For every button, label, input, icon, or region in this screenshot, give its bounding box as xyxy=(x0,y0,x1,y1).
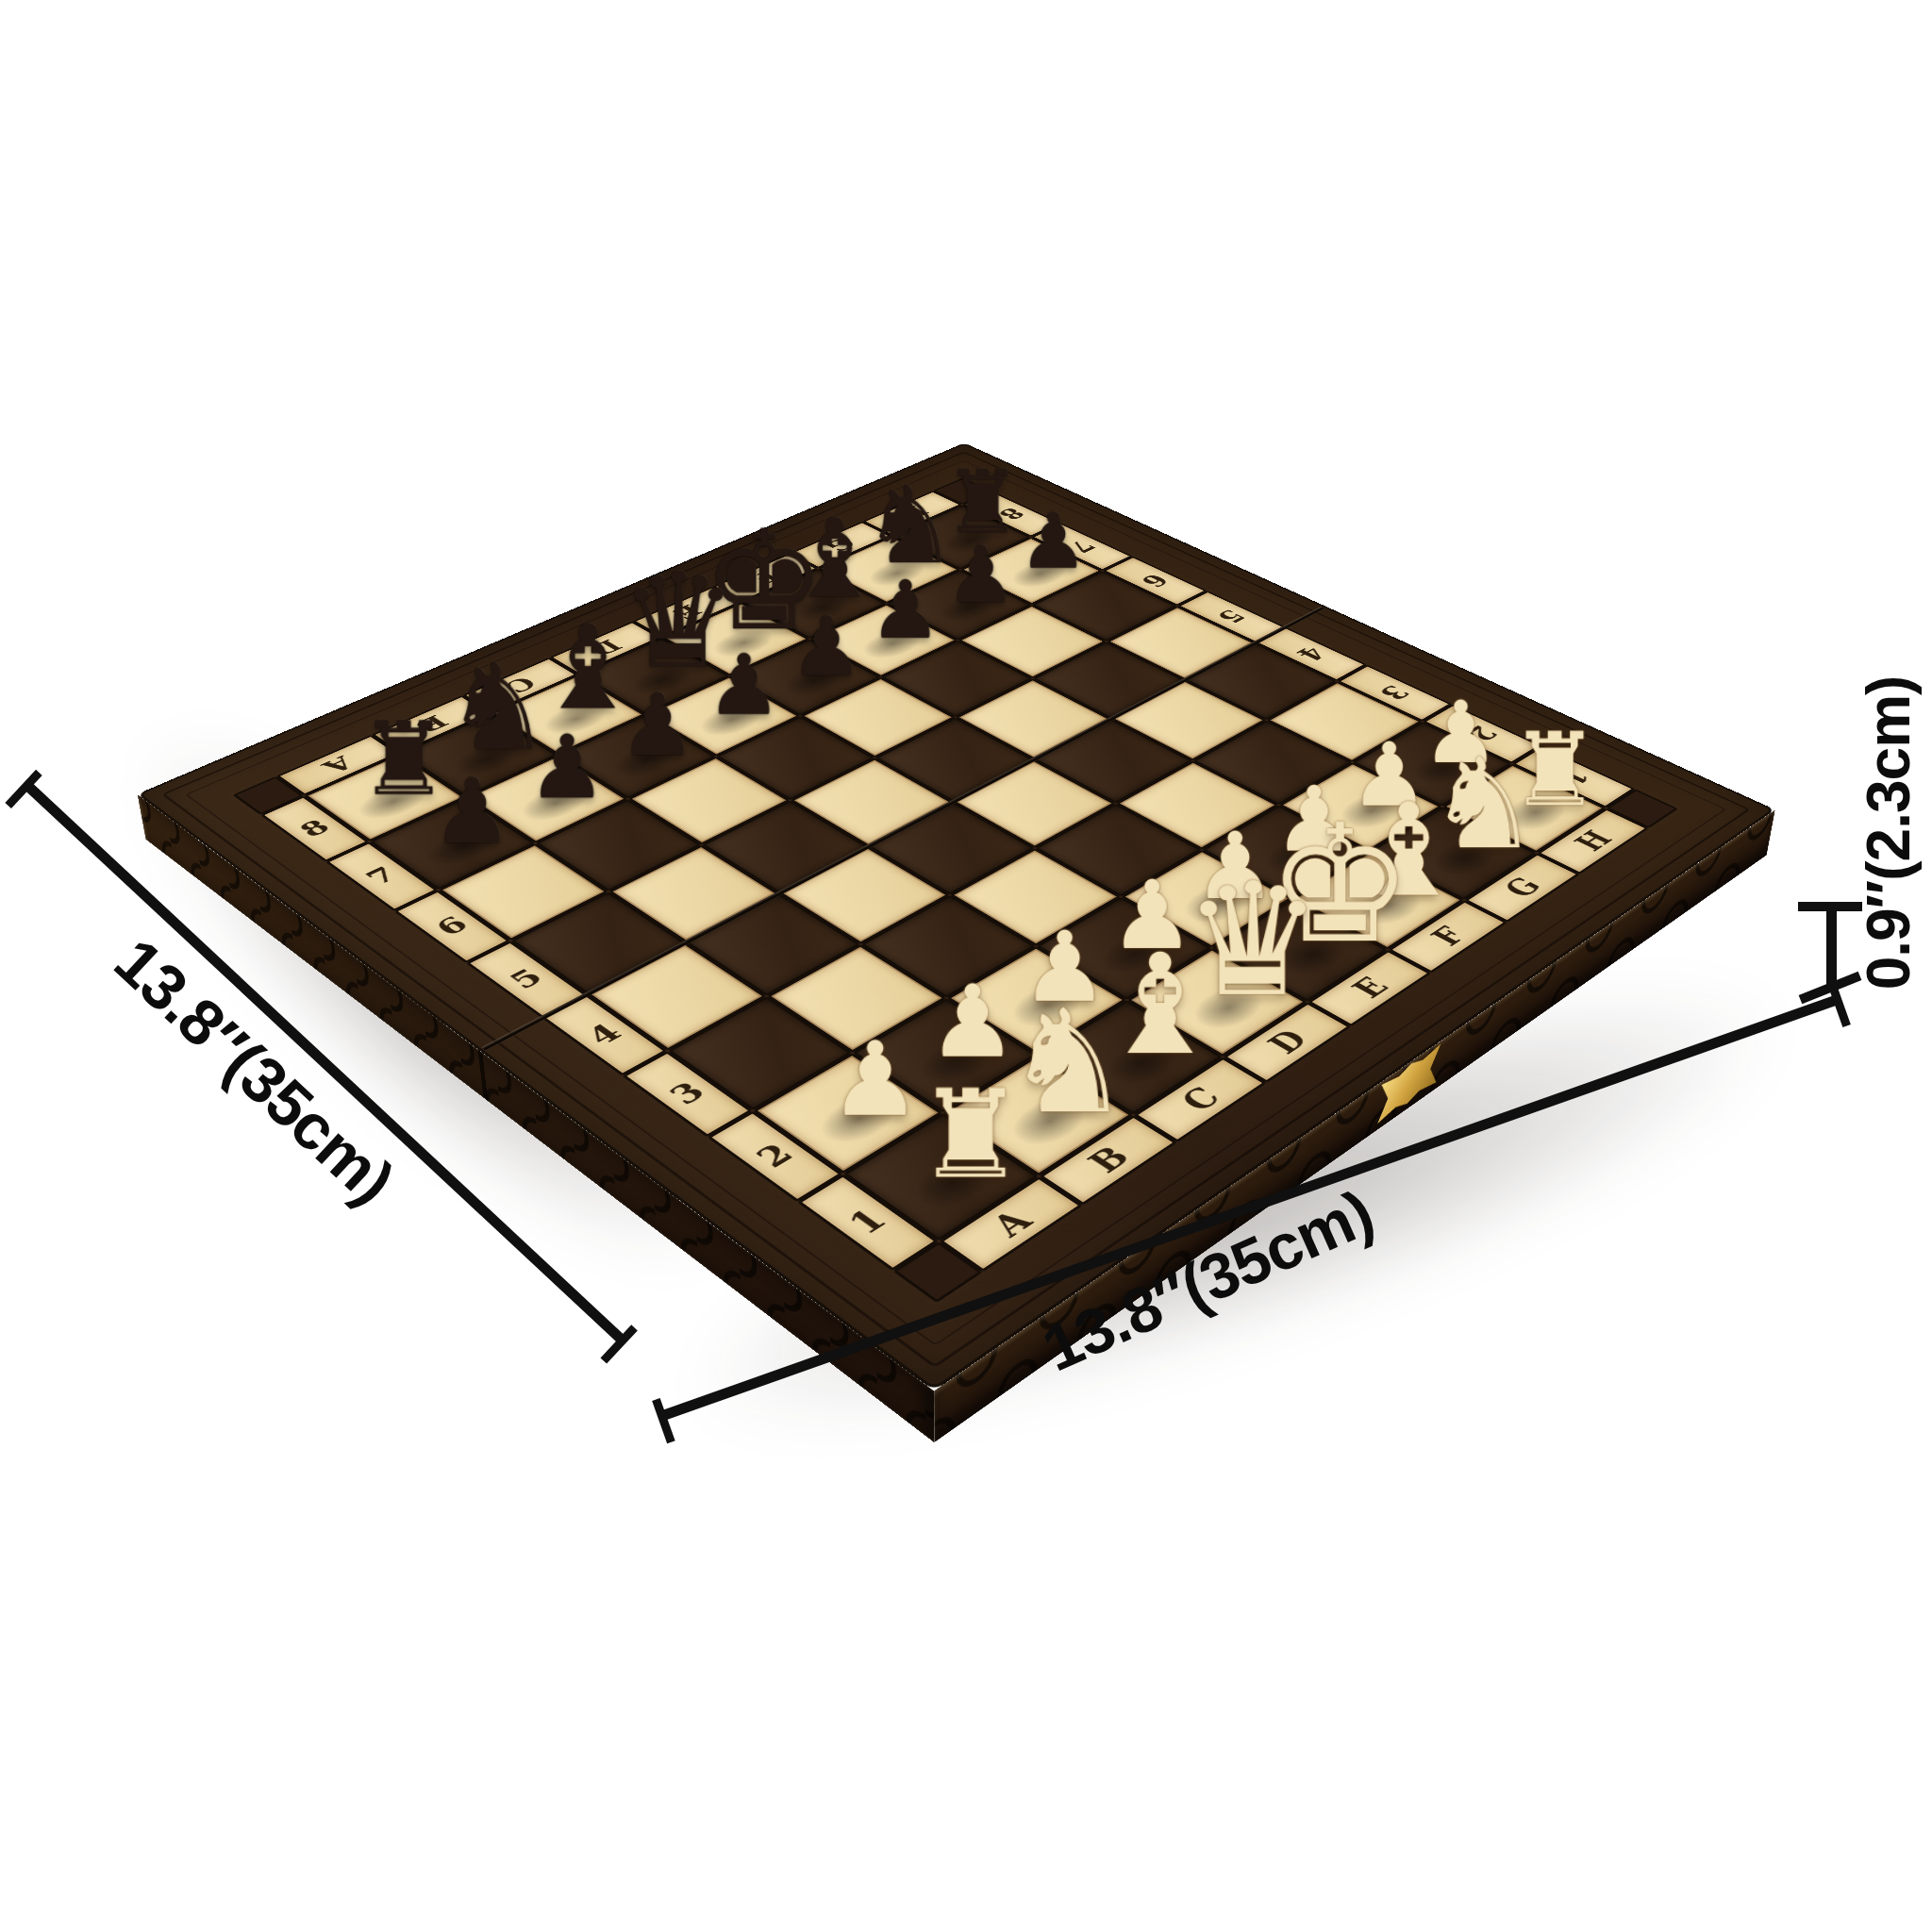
product-photo-stage: ABCDEFGH8877665544332211ABCDEFGH ♜♞♝♛♚♝♞… xyxy=(0,0,1932,1932)
white-rook-icon: ♜ xyxy=(900,1074,1041,1196)
pieces-layer: ♜♞♝♛♚♝♞♜♟♟♟♟♟♟♟♟♟♟♟♟♟♟♟♟♜♞♝♛♚♝♞♜ xyxy=(304,505,1606,1241)
board-3d-scene: ABCDEFGH8877665544332211ABCDEFGH ♜♞♝♛♚♝♞… xyxy=(0,0,1932,1932)
board-top-surface: ABCDEFGH8877665544332211ABCDEFGH ♜♞♝♛♚♝♞… xyxy=(137,442,1774,1391)
chess-board: ABCDEFGH8877665544332211ABCDEFGH ♜♞♝♛♚♝♞… xyxy=(137,442,1774,1391)
black-pawn-icon: ♟ xyxy=(413,767,532,857)
